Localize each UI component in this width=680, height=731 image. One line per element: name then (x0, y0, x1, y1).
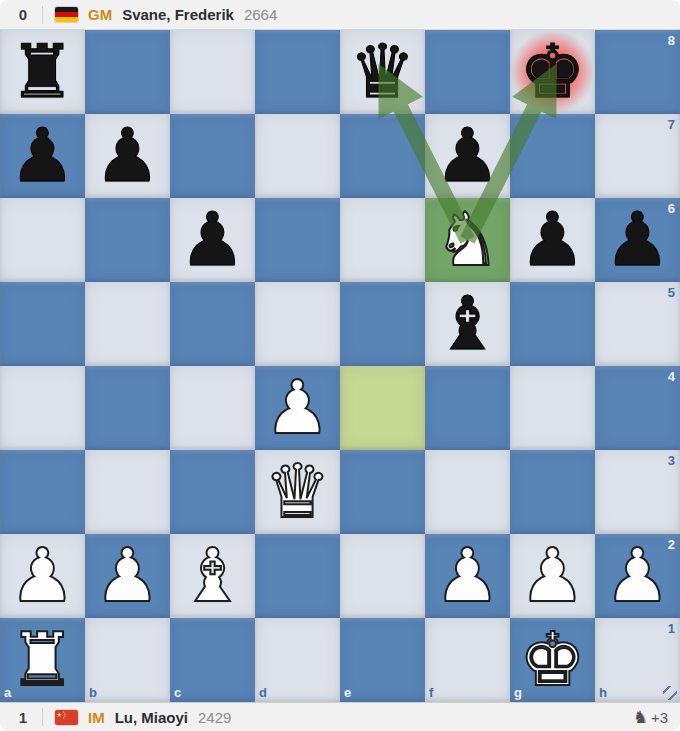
rank-label-6: 6 (668, 202, 675, 215)
white-queen[interactable]: ♛ (255, 450, 340, 534)
square-c6[interactable]: ♟ (170, 198, 255, 282)
board-area: ♜♛♚8♟♟♟7♟♞♟♟6♝5♟4♛3♟♟♝♟♟♟2♜abcdef♚gh1 (0, 30, 680, 702)
black-pawn[interactable]: ♟ (510, 198, 595, 282)
white-pawn[interactable]: ♟ (510, 534, 595, 618)
square-d6[interactable] (255, 198, 340, 282)
square-g3[interactable] (510, 450, 595, 534)
square-b6[interactable] (85, 198, 170, 282)
square-a2[interactable]: ♟ (0, 534, 85, 618)
square-e8[interactable]: ♛ (340, 30, 425, 114)
square-a1[interactable]: ♜a (0, 618, 85, 702)
square-b3[interactable] (85, 450, 170, 534)
china-flag-icon (55, 710, 78, 725)
square-c7[interactable] (170, 114, 255, 198)
title-badge-bottom: IM (88, 709, 105, 726)
rank-label-3: 3 (668, 454, 675, 467)
square-g6[interactable]: ♟ (510, 198, 595, 282)
square-f1[interactable]: f (425, 618, 510, 702)
rank-label-2: 2 (668, 538, 675, 551)
file-label-f: f (429, 686, 433, 699)
square-g4[interactable] (510, 366, 595, 450)
engine-eval: ♞ +3 (633, 709, 668, 726)
square-b4[interactable] (85, 366, 170, 450)
black-pawn[interactable]: ♟ (425, 114, 510, 198)
square-d1[interactable]: d (255, 618, 340, 702)
white-pawn[interactable]: ♟ (425, 534, 510, 618)
file-label-d: d (259, 686, 267, 699)
bar-divider (42, 708, 43, 726)
knight-icon: ♞ (633, 709, 648, 726)
square-c5[interactable] (170, 282, 255, 366)
black-pawn[interactable]: ♟ (85, 114, 170, 198)
square-e7[interactable] (340, 114, 425, 198)
white-knight[interactable]: ♞ (425, 198, 510, 282)
square-f5[interactable]: ♝ (425, 282, 510, 366)
square-h4[interactable]: 4 (595, 366, 680, 450)
black-king[interactable]: ♚ (510, 30, 595, 114)
square-f8[interactable] (425, 30, 510, 114)
black-rook[interactable]: ♜ (0, 30, 85, 114)
square-h2[interactable]: ♟2 (595, 534, 680, 618)
rank-label-1: 1 (668, 622, 675, 635)
score-bottom: 1 (16, 709, 30, 726)
rank-label-8: 8 (668, 34, 675, 47)
square-b8[interactable] (85, 30, 170, 114)
black-pawn[interactable]: ♟ (170, 198, 255, 282)
file-label-a: a (4, 686, 11, 699)
square-f7[interactable]: ♟ (425, 114, 510, 198)
square-h8[interactable]: 8 (595, 30, 680, 114)
square-h7[interactable]: 7 (595, 114, 680, 198)
square-d2[interactable] (255, 534, 340, 618)
square-a6[interactable] (0, 198, 85, 282)
player-name-bottom: Lu, Miaoyi (115, 709, 188, 726)
square-d3[interactable]: ♛ (255, 450, 340, 534)
square-e1[interactable]: e (340, 618, 425, 702)
white-pawn[interactable]: ♟ (85, 534, 170, 618)
square-a3[interactable] (0, 450, 85, 534)
black-bishop[interactable]: ♝ (425, 282, 510, 366)
score-top: 0 (16, 6, 30, 23)
square-a4[interactable] (0, 366, 85, 450)
rank-label-7: 7 (668, 118, 675, 131)
player-rating-top: 2664 (244, 6, 277, 23)
resize-handle-icon[interactable] (663, 686, 677, 700)
square-f4[interactable] (425, 366, 510, 450)
player-rating-bottom: 2429 (198, 709, 231, 726)
black-pawn[interactable]: ♟ (0, 114, 85, 198)
white-rook[interactable]: ♜ (0, 618, 85, 702)
square-b2[interactable]: ♟ (85, 534, 170, 618)
player-bar-top: 0 GM Svane, Frederik 2664 (0, 0, 680, 30)
chess-app: 0 GM Svane, Frederik 2664 ♜♛♚8♟♟♟7♟♞♟♟6♝… (0, 0, 680, 731)
square-b1[interactable]: b (85, 618, 170, 702)
white-pawn[interactable]: ♟ (0, 534, 85, 618)
file-label-e: e (344, 686, 351, 699)
square-h3[interactable]: 3 (595, 450, 680, 534)
player-bar-bottom: 1 IM Lu, Miaoyi 2429 ♞ +3 (0, 702, 680, 731)
square-c1[interactable]: c (170, 618, 255, 702)
square-f3[interactable] (425, 450, 510, 534)
square-f6[interactable]: ♞ (425, 198, 510, 282)
square-d5[interactable] (255, 282, 340, 366)
square-e3[interactable] (340, 450, 425, 534)
square-h6[interactable]: ♟6 (595, 198, 680, 282)
square-e2[interactable] (340, 534, 425, 618)
square-c2[interactable]: ♝ (170, 534, 255, 618)
square-d7[interactable] (255, 114, 340, 198)
title-badge-top: GM (88, 6, 112, 23)
file-label-g: g (514, 686, 522, 699)
white-pawn[interactable]: ♟ (255, 366, 340, 450)
white-king[interactable]: ♚ (510, 618, 595, 702)
germany-flag-icon (55, 7, 78, 22)
square-c3[interactable] (170, 450, 255, 534)
rank-label-4: 4 (668, 370, 675, 383)
square-f2[interactable]: ♟ (425, 534, 510, 618)
square-d4[interactable]: ♟ (255, 366, 340, 450)
square-b5[interactable] (85, 282, 170, 366)
square-g2[interactable]: ♟ (510, 534, 595, 618)
file-label-h: h (599, 686, 607, 699)
square-a7[interactable]: ♟ (0, 114, 85, 198)
square-h5[interactable]: 5 (595, 282, 680, 366)
square-e4[interactable] (340, 366, 425, 450)
eval-text: +3 (651, 709, 668, 726)
square-e5[interactable] (340, 282, 425, 366)
file-label-b: b (89, 686, 97, 699)
black-queen[interactable]: ♛ (340, 30, 425, 114)
white-bishop[interactable]: ♝ (170, 534, 255, 618)
square-g1[interactable]: ♚g (510, 618, 595, 702)
square-g8[interactable]: ♚ (510, 30, 595, 114)
square-a5[interactable] (0, 282, 85, 366)
square-e6[interactable] (340, 198, 425, 282)
bar-divider (42, 6, 43, 24)
chess-board: ♜♛♚8♟♟♟7♟♞♟♟6♝5♟4♛3♟♟♝♟♟♟2♜abcdef♚gh1 (0, 30, 680, 702)
file-label-c: c (174, 686, 181, 699)
square-g5[interactable] (510, 282, 595, 366)
square-a8[interactable]: ♜ (0, 30, 85, 114)
square-d8[interactable] (255, 30, 340, 114)
player-name-top: Svane, Frederik (122, 6, 234, 23)
square-c8[interactable] (170, 30, 255, 114)
rank-label-5: 5 (668, 286, 675, 299)
square-b7[interactable]: ♟ (85, 114, 170, 198)
square-g7[interactable] (510, 114, 595, 198)
square-c4[interactable] (170, 366, 255, 450)
